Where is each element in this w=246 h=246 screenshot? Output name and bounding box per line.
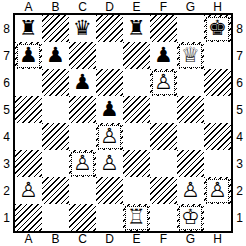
rank-labels-right: 87654321 [233, 13, 246, 233]
rank-label-3: 3 [0, 150, 13, 177]
file-labels-top: ABCDEFGH [13, 0, 233, 13]
black-rook[interactable]: ♜ [127, 18, 146, 39]
square-c2[interactable] [69, 177, 96, 204]
white-pawn[interactable]: ♙ [100, 153, 119, 174]
file-label-h: H [204, 1, 231, 13]
square-f1[interactable] [150, 204, 177, 231]
black-pawn[interactable]: ♟ [46, 45, 65, 66]
white-queen[interactable]: ♕ [179, 44, 202, 68]
square-f3[interactable] [150, 150, 177, 177]
square-f5[interactable] [150, 96, 177, 123]
square-c8[interactable]: ♛ [69, 15, 96, 42]
square-b7[interactable]: ♟ [42, 42, 69, 69]
square-e3[interactable] [123, 150, 150, 177]
square-a6[interactable] [15, 69, 42, 96]
square-g2[interactable]: ♙ [177, 177, 204, 204]
board: ♜♛♜♚♟♟♟♕♟♙♟♙♙♙♙♙♙♖♔ [13, 13, 233, 233]
square-a5[interactable] [15, 96, 42, 123]
square-g6[interactable] [177, 69, 204, 96]
square-c1[interactable] [69, 204, 96, 231]
square-d1[interactable] [96, 204, 123, 231]
black-rook[interactable]: ♜ [19, 18, 38, 39]
square-e7[interactable] [123, 42, 150, 69]
white-pawn[interactable]: ♙ [71, 152, 94, 176]
rank-label-7: 7 [0, 42, 13, 69]
square-g8[interactable] [177, 15, 204, 42]
rank-labels-left: 87654321 [0, 13, 13, 233]
square-b2[interactable] [42, 177, 69, 204]
black-pawn[interactable]: ♟ [73, 72, 92, 93]
square-d2[interactable] [96, 177, 123, 204]
corner-top-right [233, 0, 246, 13]
square-h1[interactable] [204, 204, 231, 231]
square-f6[interactable]: ♙ [150, 69, 177, 96]
square-e6[interactable] [123, 69, 150, 96]
square-c3[interactable]: ♙ [69, 150, 96, 177]
rank-label-2: 2 [0, 177, 13, 204]
rank-label-6: 6 [233, 69, 246, 96]
square-e8[interactable]: ♜ [123, 15, 150, 42]
corner-top-left [0, 0, 13, 13]
file-label-e: E [123, 1, 150, 13]
square-b3[interactable] [42, 150, 69, 177]
square-h4[interactable] [204, 123, 231, 150]
square-d7[interactable] [96, 42, 123, 69]
white-rook[interactable]: ♖ [125, 206, 148, 230]
black-pawn[interactable]: ♟ [17, 44, 40, 68]
rank-label-3: 3 [233, 150, 246, 177]
square-g7[interactable]: ♕ [177, 42, 204, 69]
white-king[interactable]: ♔ [179, 206, 202, 230]
black-queen[interactable]: ♛ [73, 18, 92, 39]
chess-board-diagram: ABCDEFGH 87654321 ♜♛♜♚♟♟♟♕♟♙♟♙♙♙♙♙♙♖♔ 87… [0, 0, 246, 246]
square-c5[interactable] [69, 96, 96, 123]
rank-label-7: 7 [233, 42, 246, 69]
square-e4[interactable] [123, 123, 150, 150]
black-king[interactable]: ♚ [206, 17, 229, 41]
square-e5[interactable] [123, 96, 150, 123]
rank-label-8: 8 [0, 15, 13, 42]
square-g4[interactable] [177, 123, 204, 150]
file-label-c: C [69, 233, 96, 245]
white-pawn[interactable]: ♙ [206, 179, 229, 203]
square-b4[interactable] [42, 123, 69, 150]
square-d5[interactable]: ♟ [96, 96, 123, 123]
square-a8[interactable]: ♜ [15, 15, 42, 42]
square-g5[interactable] [177, 96, 204, 123]
rank-label-4: 4 [233, 123, 246, 150]
file-label-g: G [177, 1, 204, 13]
square-d3[interactable]: ♙ [96, 150, 123, 177]
square-a7[interactable]: ♟ [15, 42, 42, 69]
square-f4[interactable] [150, 123, 177, 150]
square-h8[interactable]: ♚ [204, 15, 231, 42]
file-label-c: C [69, 1, 96, 13]
square-a3[interactable] [15, 150, 42, 177]
square-c4[interactable] [69, 123, 96, 150]
file-label-a: A [15, 1, 42, 13]
file-label-g: G [177, 233, 204, 245]
square-g3[interactable] [177, 150, 204, 177]
black-pawn[interactable]: ♟ [100, 99, 119, 120]
file-labels-bottom: ABCDEFGH [13, 233, 233, 246]
square-f7[interactable]: ♟ [150, 42, 177, 69]
rank-label-2: 2 [233, 177, 246, 204]
square-d6[interactable] [96, 69, 123, 96]
white-pawn[interactable]: ♙ [152, 71, 175, 95]
square-a1[interactable] [15, 204, 42, 231]
square-b1[interactable] [42, 204, 69, 231]
black-pawn[interactable]: ♟ [154, 45, 173, 66]
square-d8[interactable] [96, 15, 123, 42]
corner-bottom-right [233, 233, 246, 246]
square-g1[interactable]: ♔ [177, 204, 204, 231]
rank-label-8: 8 [233, 15, 246, 42]
file-label-b: B [42, 1, 69, 13]
square-b5[interactable] [42, 96, 69, 123]
file-label-d: D [96, 1, 123, 13]
square-h6[interactable] [204, 69, 231, 96]
rank-label-4: 4 [0, 123, 13, 150]
white-pawn[interactable]: ♙ [181, 180, 200, 201]
file-label-a: A [15, 233, 42, 245]
rank-label-1: 1 [0, 204, 13, 231]
white-pawn[interactable]: ♙ [19, 180, 38, 201]
rank-label-5: 5 [233, 96, 246, 123]
rank-label-5: 5 [0, 96, 13, 123]
rank-label-6: 6 [0, 69, 13, 96]
square-d4[interactable]: ♙ [96, 123, 123, 150]
square-a4[interactable] [15, 123, 42, 150]
file-label-b: B [42, 233, 69, 245]
square-b8[interactable] [42, 15, 69, 42]
square-h2[interactable]: ♙ [204, 177, 231, 204]
white-pawn[interactable]: ♙ [98, 125, 121, 149]
file-label-d: D [96, 233, 123, 245]
file-label-h: H [204, 233, 231, 245]
square-f2[interactable] [150, 177, 177, 204]
square-h5[interactable] [204, 96, 231, 123]
file-label-f: F [150, 1, 177, 13]
square-b6[interactable] [42, 69, 69, 96]
file-label-e: E [123, 233, 150, 245]
square-c6[interactable]: ♟ [69, 69, 96, 96]
file-label-f: F [150, 233, 177, 245]
square-h3[interactable] [204, 150, 231, 177]
corner-bottom-left [0, 233, 13, 246]
square-c7[interactable] [69, 42, 96, 69]
square-h7[interactable] [204, 42, 231, 69]
square-e2[interactable] [123, 177, 150, 204]
rank-label-1: 1 [233, 204, 246, 231]
square-e1[interactable]: ♖ [123, 204, 150, 231]
square-f8[interactable] [150, 15, 177, 42]
square-a2[interactable]: ♙ [15, 177, 42, 204]
